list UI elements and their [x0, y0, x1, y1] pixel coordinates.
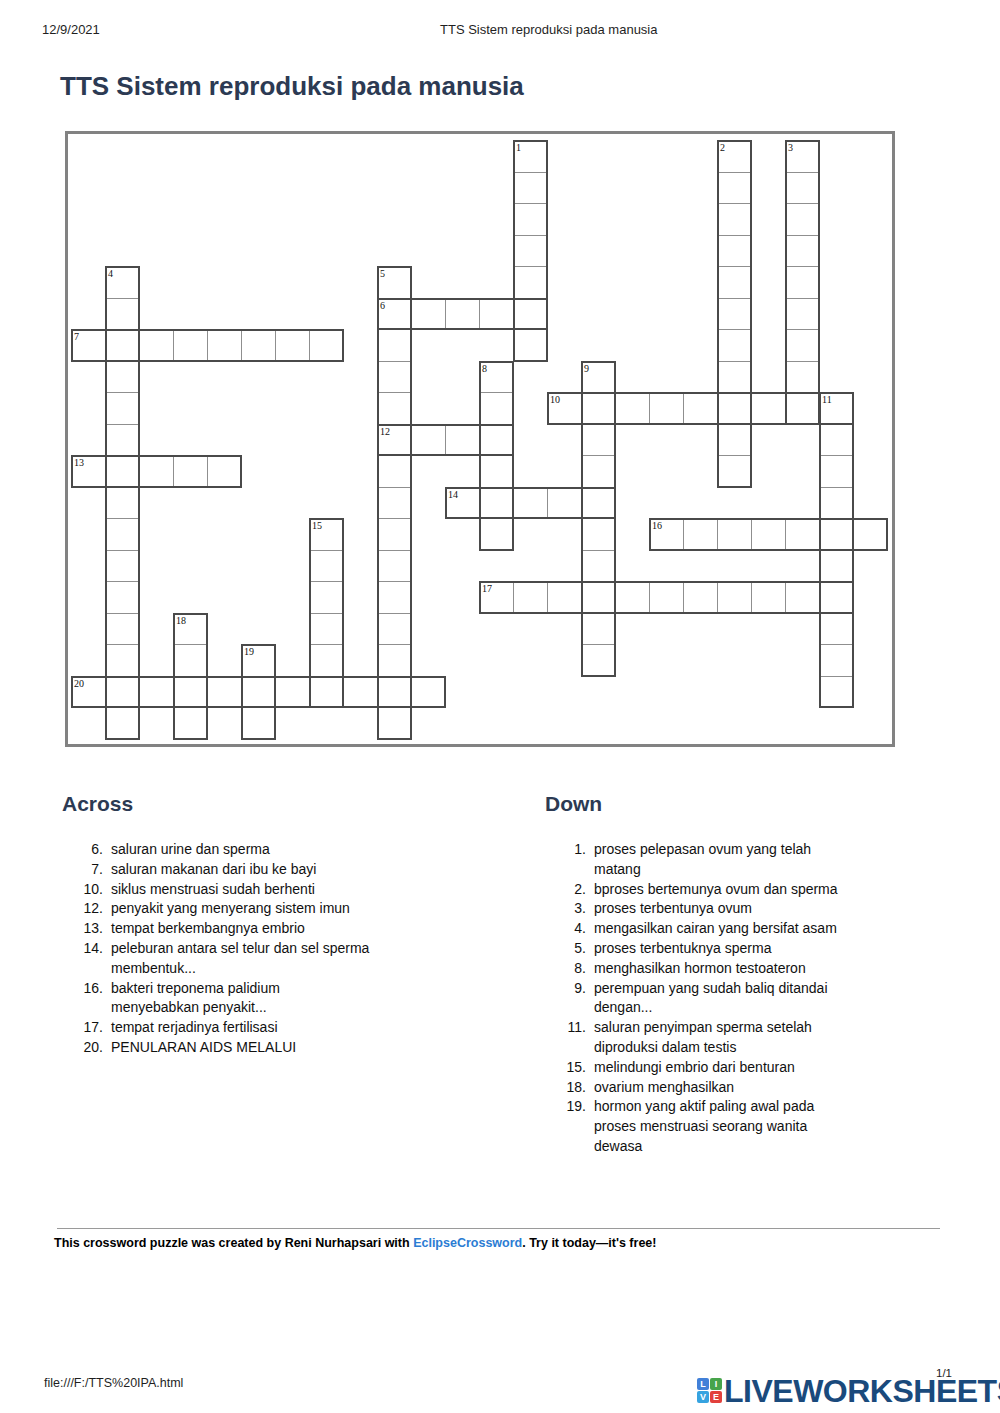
- grid-cell: [479, 424, 514, 457]
- grid-cell: [241, 644, 276, 677]
- liveworksheets-logo-text: LIVEWORKSHEETS: [724, 1373, 1000, 1410]
- grid-cell: [513, 172, 548, 205]
- grid-cell: [785, 203, 820, 236]
- grid-cell: [581, 613, 616, 646]
- grid-cell: [819, 518, 854, 551]
- grid-cell: [717, 266, 752, 299]
- grid-cell: [105, 613, 140, 646]
- grid-cell: [105, 392, 140, 425]
- grid-cell: [513, 140, 548, 173]
- grid-cell: [479, 487, 514, 520]
- clue-item-text: PENULARAN AIDS MELALUI: [111, 1038, 296, 1058]
- grid-cell: [717, 298, 752, 331]
- logo-square-l: L: [697, 1378, 709, 1390]
- clue-item-text: saluran makanan dari ibu ke bayi: [111, 860, 316, 880]
- clue-item-text: ovarium menghasilkan: [594, 1078, 734, 1098]
- grid-cell: [751, 518, 786, 551]
- page-title: TTS Sistem reproduksi pada manusia: [60, 71, 524, 102]
- grid-cell: [377, 676, 412, 709]
- grid-cell: [785, 329, 820, 362]
- clue-item-number: 15.: [545, 1058, 586, 1078]
- grid-cell: [309, 581, 344, 614]
- grid-cell: [819, 644, 854, 677]
- clue-item: 3.proses terbentunya ovum: [545, 899, 990, 919]
- grid-cell: [649, 581, 684, 614]
- footer-credit: This crossword puzzle was created by Ren…: [54, 1236, 656, 1250]
- grid-cell: [377, 487, 412, 520]
- grid-cell: [309, 644, 344, 677]
- grid-cell: [479, 518, 514, 551]
- grid-cell: [309, 676, 344, 709]
- clue-item-number: 13.: [62, 919, 103, 939]
- across-heading: Across: [62, 792, 502, 816]
- grid-cell: [139, 676, 174, 709]
- clue-item: 18.ovarium menghasilkan: [545, 1078, 990, 1098]
- grid-cell: [173, 676, 208, 709]
- clue-item-number: 8.: [545, 959, 586, 979]
- grid-cell: [105, 487, 140, 520]
- clue-item: 16.bakteri treponema palidium menyebabka…: [62, 979, 502, 1019]
- grid-cell: [547, 487, 582, 520]
- grid-cell: [581, 424, 616, 457]
- grid-cell: [139, 329, 174, 362]
- grid-cell: [411, 424, 446, 457]
- grid-cell: [819, 455, 854, 488]
- grid-cell: [581, 518, 616, 551]
- grid-cell: [71, 455, 106, 488]
- down-heading: Down: [545, 792, 990, 816]
- grid-cell: [445, 487, 480, 520]
- grid-cell: [105, 550, 140, 583]
- grid-cell: [377, 424, 412, 457]
- grid-cell: [581, 644, 616, 677]
- grid-cell: [819, 676, 854, 709]
- grid-cell: [683, 581, 718, 614]
- grid-cell: [411, 676, 446, 709]
- clue-item-number: 6.: [62, 840, 103, 860]
- grid-cell: [547, 581, 582, 614]
- clue-item: 1.proses pelepasan ovum yang telah matan…: [545, 840, 990, 880]
- grid-cell: [479, 392, 514, 425]
- grid-cell: [411, 298, 446, 331]
- grid-cell: [513, 203, 548, 236]
- grid-cell: [717, 392, 752, 425]
- down-clue-list: 1.proses pelepasan ovum yang telah matan…: [545, 840, 990, 1157]
- clue-item-number: 5.: [545, 939, 586, 959]
- grid-cell: [547, 392, 582, 425]
- grid-cell: [173, 329, 208, 362]
- clue-item-text: mengasilkan cairan yang bersifat asam: [594, 919, 837, 939]
- grid-cell: [275, 329, 310, 362]
- clue-item-number: 3.: [545, 899, 586, 919]
- clue-item-text: hormon yang aktif paling awal pada prose…: [594, 1097, 814, 1156]
- clue-item-number: 9.: [545, 979, 586, 1019]
- clue-item-text: perempuan yang sudah baliq ditandai deng…: [594, 979, 828, 1019]
- clue-item-number: 11.: [545, 1018, 586, 1058]
- grid-cell: [717, 518, 752, 551]
- clue-item: 14.peleburan antara sel telur dan sel sp…: [62, 939, 502, 979]
- grid-cell: [377, 581, 412, 614]
- grid-cell: [377, 329, 412, 362]
- grid-cell: [581, 455, 616, 488]
- grid-cell: [377, 518, 412, 551]
- clue-item-number: 14.: [62, 939, 103, 979]
- clue-item-text: melindungi embrio dari benturan: [594, 1058, 795, 1078]
- grid-cell: [785, 140, 820, 173]
- grid-cell: [785, 392, 820, 425]
- footer-credit-prefix: This crossword puzzle was created by Ren…: [54, 1236, 413, 1250]
- grid-cell: [105, 298, 140, 331]
- grid-cell: [581, 487, 616, 520]
- grid-cell: [717, 581, 752, 614]
- grid-cell: [71, 329, 106, 362]
- clue-item-number: 19.: [545, 1097, 586, 1156]
- clue-item-number: 1.: [545, 840, 586, 880]
- grid-cell: [513, 235, 548, 268]
- grid-cell: [105, 361, 140, 394]
- grid-cell: [445, 424, 480, 457]
- grid-cell: [377, 298, 412, 331]
- grid-cell: [513, 581, 548, 614]
- clue-item-number: 2.: [545, 880, 586, 900]
- grid-cell: [377, 613, 412, 646]
- clue-item-number: 20.: [62, 1038, 103, 1058]
- grid-cell: [717, 140, 752, 173]
- clue-item-text: saluran urine dan sperma: [111, 840, 270, 860]
- eclipsecrossword-link[interactable]: EclipseCrossword: [413, 1236, 522, 1250]
- grid-cell: [751, 581, 786, 614]
- clue-item: 20.PENULARAN AIDS MELALUI: [62, 1038, 502, 1058]
- grid-cell: [785, 266, 820, 299]
- grid-cell: [173, 613, 208, 646]
- across-section: Across 6.saluran urine dan sperma7.salur…: [62, 792, 502, 1058]
- grid-cell: [139, 455, 174, 488]
- grid-cell: [309, 518, 344, 551]
- grid-cell: [479, 361, 514, 394]
- print-header-title: TTS Sistem reproduksi pada manusia: [440, 22, 657, 37]
- grid-cell: [717, 424, 752, 457]
- grid-cell: [513, 266, 548, 299]
- clue-item-text: saluran penyimpan sperma setelah diprodu…: [594, 1018, 812, 1058]
- clue-item-text: tempat berkembangnya embrio: [111, 919, 305, 939]
- grid-cell: [717, 203, 752, 236]
- grid-cell: [581, 550, 616, 583]
- clue-item: 2.bproses bertemunya ovum dan sperma: [545, 880, 990, 900]
- grid-cell: [309, 550, 344, 583]
- grid-cell: [581, 581, 616, 614]
- grid-cell: [173, 707, 208, 740]
- grid-cell: [105, 707, 140, 740]
- clue-item: 13.tempat berkembangnya embrio: [62, 919, 502, 939]
- clue-item: 8.menghasilkan hormon testoateron: [545, 959, 990, 979]
- grid-cell: [445, 298, 480, 331]
- grid-cell: [785, 235, 820, 268]
- grid-cell: [377, 361, 412, 394]
- grid-cell: [343, 676, 378, 709]
- liveworksheets-logo-icon: LIVE: [697, 1378, 723, 1404]
- clue-item-text: proses terbentunya ovum: [594, 899, 752, 919]
- clue-item: 7.saluran makanan dari ibu ke bayi: [62, 860, 502, 880]
- grid-cell: [819, 392, 854, 425]
- grid-cell: [785, 518, 820, 551]
- grid-cell: [751, 392, 786, 425]
- grid-cell: [717, 361, 752, 394]
- grid-cell: [819, 613, 854, 646]
- grid-cell: [513, 329, 548, 362]
- footer-credit-suffix: . Try it today—it's free!: [522, 1236, 656, 1250]
- grid-cell: [105, 455, 140, 488]
- grid-cell: [479, 455, 514, 488]
- grid-cell: [479, 298, 514, 331]
- clue-item: 9.perempuan yang sudah baliq ditandai de…: [545, 979, 990, 1019]
- clue-item-number: 12.: [62, 899, 103, 919]
- grid-cell: [105, 424, 140, 457]
- grid-cell: [853, 518, 888, 551]
- clue-item: 12.penyakit yang menyerang sistem imun: [62, 899, 502, 919]
- grid-cell: [717, 172, 752, 205]
- grid-cell: [785, 172, 820, 205]
- logo-square-i: I: [710, 1378, 722, 1390]
- grid-cell: [717, 329, 752, 362]
- clue-item-text: bakteri treponema palidium menyebabkan p…: [111, 979, 280, 1019]
- grid-cell: [649, 392, 684, 425]
- grid-cell: [377, 707, 412, 740]
- grid-cell: [479, 581, 514, 614]
- crossword-grid-frame: 1234567891011121314151617181920: [65, 131, 895, 747]
- footer-divider: [57, 1228, 940, 1229]
- clue-item-text: siklus menstruasi sudah berhenti: [111, 880, 315, 900]
- grid-cell: [241, 707, 276, 740]
- grid-cell: [785, 581, 820, 614]
- grid-cell: [377, 550, 412, 583]
- grid-cell: [683, 392, 718, 425]
- clue-item-number: 10.: [62, 880, 103, 900]
- grid-cell: [105, 644, 140, 677]
- grid-cell: [581, 392, 616, 425]
- clue-item: 6.saluran urine dan sperma: [62, 840, 502, 860]
- grid-cell: [819, 581, 854, 614]
- clue-item-number: 16.: [62, 979, 103, 1019]
- grid-cell: [377, 392, 412, 425]
- grid-cell: [377, 644, 412, 677]
- grid-cell: [785, 298, 820, 331]
- grid-cell: [241, 329, 276, 362]
- grid-cell: [105, 581, 140, 614]
- clue-item: 5.proses terbentuknya sperma: [545, 939, 990, 959]
- grid-cell: [377, 455, 412, 488]
- grid-cell: [105, 518, 140, 551]
- clue-item-text: proses terbentuknya sperma: [594, 939, 771, 959]
- grid-cell: [105, 266, 140, 299]
- clue-item-text: peleburan antara sel telur dan sel sperm…: [111, 939, 369, 979]
- grid-cell: [819, 424, 854, 457]
- grid-cell: [649, 518, 684, 551]
- grid-cell: [173, 455, 208, 488]
- clue-item-text: menghasilkan hormon testoateron: [594, 959, 806, 979]
- grid-cell: [513, 487, 548, 520]
- grid-cell: [615, 581, 650, 614]
- clue-item-text: penyakit yang menyerang sistem imun: [111, 899, 350, 919]
- grid-cell: [105, 676, 140, 709]
- clue-item-number: 18.: [545, 1078, 586, 1098]
- grid-cell: [377, 266, 412, 299]
- clue-item-number: 7.: [62, 860, 103, 880]
- logo-square-e: E: [710, 1391, 722, 1403]
- print-footer-file-url: file:///F:/TTS%20IPA.html: [44, 1376, 183, 1390]
- clue-item-text: proses pelepasan ovum yang telah matang: [594, 840, 811, 880]
- grid-cell: [683, 518, 718, 551]
- grid-cell: [513, 298, 548, 331]
- grid-cell: [819, 487, 854, 520]
- clue-item: 10.siklus menstruasi sudah berhenti: [62, 880, 502, 900]
- grid-cell: [207, 329, 242, 362]
- grid-cell: [615, 392, 650, 425]
- clue-item: 19.hormon yang aktif paling awal pada pr…: [545, 1097, 990, 1156]
- grid-cell: [785, 361, 820, 394]
- clue-item: 17.tempat rerjadinya fertilisasi: [62, 1018, 502, 1038]
- down-section: Down 1.proses pelepasan ovum yang telah …: [545, 792, 990, 1157]
- clue-item-text: bproses bertemunya ovum dan sperma: [594, 880, 838, 900]
- grid-cell: [207, 455, 242, 488]
- clue-item-number: 4.: [545, 919, 586, 939]
- clue-item: 11.saluran penyimpan sperma setelah dipr…: [545, 1018, 990, 1058]
- grid-cell: [105, 329, 140, 362]
- grid-cell: [717, 235, 752, 268]
- clue-item: 4.mengasilkan cairan yang bersifat asam: [545, 919, 990, 939]
- grid-cell: [71, 676, 106, 709]
- clue-item-number: 17.: [62, 1018, 103, 1038]
- across-clue-list: 6.saluran urine dan sperma7.saluran maka…: [62, 840, 502, 1058]
- clue-item: 15.melindungi embrio dari benturan: [545, 1058, 990, 1078]
- grid-cell: [241, 676, 276, 709]
- grid-cell: [819, 550, 854, 583]
- clue-item-text: tempat rerjadinya fertilisasi: [111, 1018, 278, 1038]
- print-header-date: 12/9/2021: [42, 22, 100, 37]
- grid-cell: [173, 644, 208, 677]
- logo-square-v: V: [697, 1391, 709, 1403]
- grid-cell: [275, 676, 310, 709]
- grid-cell: [207, 676, 242, 709]
- grid-cell: [309, 613, 344, 646]
- grid-cell: [581, 361, 616, 394]
- grid-cell: [717, 455, 752, 488]
- grid-cell: [309, 329, 344, 362]
